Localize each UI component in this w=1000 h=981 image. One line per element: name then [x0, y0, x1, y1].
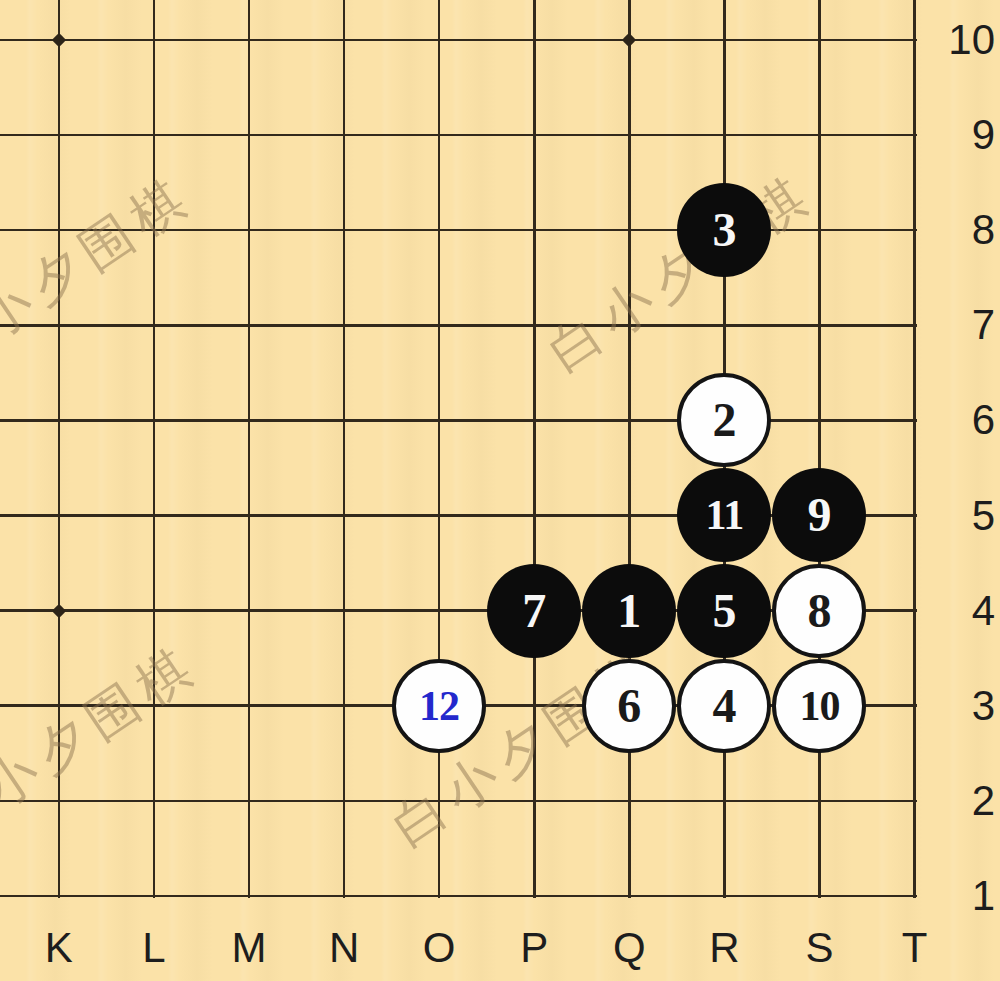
stone-black-5-R4: 5 [677, 564, 771, 658]
stone-black-1-Q4: 1 [582, 564, 676, 658]
stone-number: 8 [807, 587, 831, 635]
stone-number: 6 [617, 682, 641, 730]
stone-number: 7 [522, 587, 546, 635]
stone-black-7-P4: 7 [487, 564, 581, 658]
stone-number: 5 [712, 587, 736, 635]
stone-number: 11 [706, 494, 744, 536]
stone-number: 10 [799, 685, 839, 727]
stone-white-2-R6: 2 [677, 373, 771, 467]
stone-number: 4 [712, 682, 736, 730]
stone-number: 1 [617, 587, 641, 635]
stone-number: 2 [712, 396, 736, 444]
stone-white-12-O3: 12 [392, 659, 486, 753]
stone-number: 9 [807, 491, 831, 539]
stone-white-10-S3: 10 [772, 659, 866, 753]
go-board-diagram: 白小夕围棋 白小夕围棋 白小夕围棋 白小夕围棋 123456789101112 … [0, 0, 1000, 981]
stone-black-11-R5: 11 [677, 468, 771, 562]
stone-white-8-S4: 8 [772, 564, 866, 658]
stone-black-3-R8: 3 [677, 183, 771, 277]
stone-white-6-Q3: 6 [582, 659, 676, 753]
stones-grid: 123456789101112 [11, 0, 962, 943]
stone-number: 12 [419, 685, 459, 727]
stone-white-4-R3: 4 [677, 659, 771, 753]
stone-black-9-S5: 9 [772, 468, 866, 562]
stone-number: 3 [712, 206, 736, 254]
